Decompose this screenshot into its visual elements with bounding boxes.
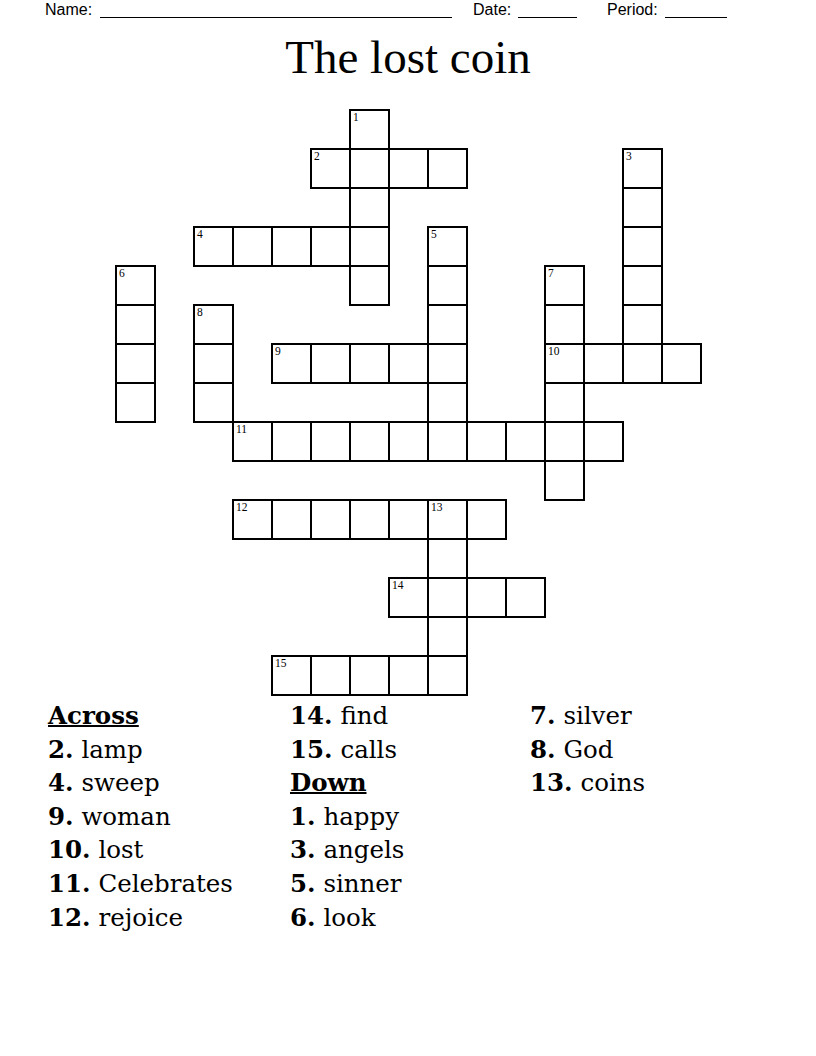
- grid-cell-r1c6[interactable]: [349, 148, 390, 189]
- clue-12: 12. rejoice: [48, 901, 290, 935]
- grid-cell-r10c9[interactable]: [466, 499, 507, 540]
- clue-text: find: [340, 701, 388, 730]
- clue-text: silver: [563, 701, 631, 730]
- cell-number-14: 14: [392, 579, 404, 592]
- grid-cell-r6c6[interactable]: [349, 343, 390, 384]
- grid-cell-r11c8[interactable]: [427, 538, 468, 579]
- grid-cell-r10c8[interactable]: 13: [427, 499, 468, 540]
- grid-cell-r12c10[interactable]: [505, 577, 546, 618]
- grid-cell-r10c6[interactable]: [349, 499, 390, 540]
- clue-text: sinner: [323, 869, 401, 898]
- grid-cell-r6c12[interactable]: [583, 343, 624, 384]
- cell-number-11: 11: [236, 423, 247, 436]
- grid-cell-r6c2[interactable]: [193, 343, 234, 384]
- cell-number-8: 8: [197, 306, 203, 319]
- grid-cell-r8c8[interactable]: [427, 421, 468, 462]
- cell-number-15: 15: [275, 657, 287, 670]
- cell-number-6: 6: [119, 267, 125, 280]
- cell-number-4: 4: [197, 228, 203, 241]
- grid-cell-r6c13[interactable]: [622, 343, 663, 384]
- grid-cell-r5c11[interactable]: [544, 304, 585, 345]
- clue-number: 4.: [48, 768, 74, 797]
- clue-column-3: 7. silver8. God13. coins: [530, 699, 730, 934]
- clue-text: happy: [323, 802, 399, 831]
- grid-cell-r14c5[interactable]: [310, 655, 351, 696]
- clue-text: Celebrates: [98, 869, 233, 898]
- grid-cell-r8c5[interactable]: [310, 421, 351, 462]
- grid-cell-r1c7[interactable]: [388, 148, 429, 189]
- grid-cell-r5c0[interactable]: [115, 304, 156, 345]
- clue-number: 11.: [48, 869, 91, 898]
- clue-number: 13.: [530, 768, 573, 797]
- grid-cell-r3c8[interactable]: 5: [427, 226, 468, 267]
- clue-text: God: [563, 735, 613, 764]
- clue-number: 15.: [290, 735, 333, 764]
- cell-number-1: 1: [353, 111, 359, 124]
- grid-cell-r5c2[interactable]: 8: [193, 304, 234, 345]
- clue-14: 14. find: [290, 699, 530, 733]
- grid-cell-r12c8[interactable]: [427, 577, 468, 618]
- grid-cell-r5c8[interactable]: [427, 304, 468, 345]
- clue-number: 1.: [290, 802, 316, 831]
- clue-13: 13. coins: [530, 766, 730, 800]
- clue-text: calls: [340, 735, 397, 764]
- grid-cell-r10c7[interactable]: [388, 499, 429, 540]
- clue-number: 7.: [530, 701, 556, 730]
- clue-text: lost: [98, 835, 143, 864]
- cell-number-5: 5: [431, 228, 437, 241]
- grid-cell-r8c10[interactable]: [505, 421, 546, 462]
- grid-cell-r8c9[interactable]: [466, 421, 507, 462]
- clue-text: coins: [580, 768, 645, 797]
- grid-cell-r1c8[interactable]: [427, 148, 468, 189]
- grid-cell-r6c5[interactable]: [310, 343, 351, 384]
- grid-cell-r3c2[interactable]: 4: [193, 226, 234, 267]
- page-title: The lost coin: [0, 28, 816, 87]
- grid-cell-r8c7[interactable]: [388, 421, 429, 462]
- clue-3: 3. angels: [290, 833, 530, 867]
- clue-column-2: 14. find15. callsDown1. happy3. angels5.…: [290, 699, 530, 934]
- grid-cell-r3c13[interactable]: [622, 226, 663, 267]
- grid-cell-r6c11[interactable]: 10: [544, 343, 585, 384]
- clue-6: 6. look: [290, 901, 530, 935]
- cell-number-3: 3: [626, 150, 632, 163]
- date-blank-line[interactable]: [518, 2, 577, 18]
- clue-1: 1. happy: [290, 800, 530, 834]
- clue-text: angels: [323, 835, 404, 864]
- grid-cell-r4c0[interactable]: 6: [115, 265, 156, 306]
- cell-number-9: 9: [275, 345, 281, 358]
- down-header: Down: [290, 766, 530, 800]
- grid-cell-r12c7[interactable]: 14: [388, 577, 429, 618]
- grid-cell-r10c5[interactable]: [310, 499, 351, 540]
- grid-cell-r0c6[interactable]: 1: [349, 109, 390, 150]
- clue-column-1: Across2. lamp4. sweep9. woman10. lost11.…: [48, 699, 290, 934]
- clue-5: 5. sinner: [290, 867, 530, 901]
- grid-cell-r6c7[interactable]: [388, 343, 429, 384]
- clue-number: 14.: [290, 701, 333, 730]
- clue-10: 10. lost: [48, 833, 290, 867]
- grid-cell-r3c3[interactable]: [232, 226, 273, 267]
- date-label: Date:: [473, 1, 511, 19]
- clue-number: 5.: [290, 869, 316, 898]
- clue-4: 4. sweep: [48, 766, 290, 800]
- name-label: Name:: [45, 1, 92, 19]
- clue-7: 7. silver: [530, 699, 730, 733]
- clue-number: 2.: [48, 735, 74, 764]
- grid-cell-r9c11[interactable]: [544, 460, 585, 501]
- grid-cell-r4c11[interactable]: 7: [544, 265, 585, 306]
- cell-number-13: 13: [431, 501, 443, 514]
- grid-cell-r8c6[interactable]: [349, 421, 390, 462]
- cell-number-10: 10: [548, 345, 560, 358]
- clue-number: 12.: [48, 903, 91, 932]
- grid-cell-r6c0[interactable]: [115, 343, 156, 384]
- grid-cell-r10c4[interactable]: [271, 499, 312, 540]
- grid-cell-r8c3[interactable]: 11: [232, 421, 273, 462]
- clue-number: 10.: [48, 835, 91, 864]
- clue-number: 6.: [290, 903, 316, 932]
- grid-cell-r12c9[interactable]: [466, 577, 507, 618]
- grid-cell-r13c8[interactable]: [427, 616, 468, 657]
- grid-cell-r3c6[interactable]: [349, 226, 390, 267]
- grid-cell-r7c8[interactable]: [427, 382, 468, 423]
- grid-cell-r8c12[interactable]: [583, 421, 624, 462]
- grid-cell-r4c13[interactable]: [622, 265, 663, 306]
- grid-cell-r5c13[interactable]: [622, 304, 663, 345]
- crossword-grid: 123456789101112131415: [116, 110, 701, 695]
- clue-11: 11. Celebrates: [48, 867, 290, 901]
- clue-text: lamp: [81, 735, 142, 764]
- grid-cell-r2c6[interactable]: [349, 187, 390, 228]
- grid-cell-r7c0[interactable]: [115, 382, 156, 423]
- clue-text: sweep: [81, 768, 159, 797]
- period-blank-line[interactable]: [665, 2, 727, 18]
- grid-cell-r7c11[interactable]: [544, 382, 585, 423]
- grid-cell-r14c6[interactable]: [349, 655, 390, 696]
- grid-cell-r14c8[interactable]: [427, 655, 468, 696]
- grid-cell-r2c13[interactable]: [622, 187, 663, 228]
- grid-cell-r3c4[interactable]: [271, 226, 312, 267]
- cell-number-2: 2: [314, 150, 320, 163]
- clue-15: 15. calls: [290, 733, 530, 767]
- grid-cell-r8c11[interactable]: [544, 421, 585, 462]
- grid-cell-r8c4[interactable]: [271, 421, 312, 462]
- clue-2: 2. lamp: [48, 733, 290, 767]
- grid-cell-r7c2[interactable]: [193, 382, 234, 423]
- clue-number: 9.: [48, 802, 74, 831]
- grid-cell-r10c3[interactable]: 12: [232, 499, 273, 540]
- grid-cell-r6c14[interactable]: [661, 343, 702, 384]
- clue-number: 3.: [290, 835, 316, 864]
- across-header: Across: [48, 699, 290, 733]
- cell-number-7: 7: [548, 267, 554, 280]
- grid-cell-r3c5[interactable]: [310, 226, 351, 267]
- grid-cell-r14c7[interactable]: [388, 655, 429, 696]
- grid-cell-r1c13[interactable]: 3: [622, 148, 663, 189]
- grid-cell-r4c6[interactable]: [349, 265, 390, 306]
- name-blank-line[interactable]: [100, 2, 452, 18]
- grid-cell-r6c8[interactable]: [427, 343, 468, 384]
- grid-cell-r4c8[interactable]: [427, 265, 468, 306]
- clue-number: 8.: [530, 735, 556, 764]
- grid-cell-r14c4[interactable]: 15: [271, 655, 312, 696]
- clue-text: rejoice: [98, 903, 183, 932]
- clue-text: woman: [81, 802, 170, 831]
- clue-text: look: [323, 903, 375, 932]
- grid-cell-r1c5[interactable]: 2: [310, 148, 351, 189]
- period-label: Period:: [607, 1, 658, 19]
- clue-8: 8. God: [530, 733, 730, 767]
- cell-number-12: 12: [236, 501, 248, 514]
- grid-cell-r6c4[interactable]: 9: [271, 343, 312, 384]
- clue-lists: Across2. lamp4. sweep9. woman10. lost11.…: [48, 699, 730, 934]
- clue-9: 9. woman: [48, 800, 290, 834]
